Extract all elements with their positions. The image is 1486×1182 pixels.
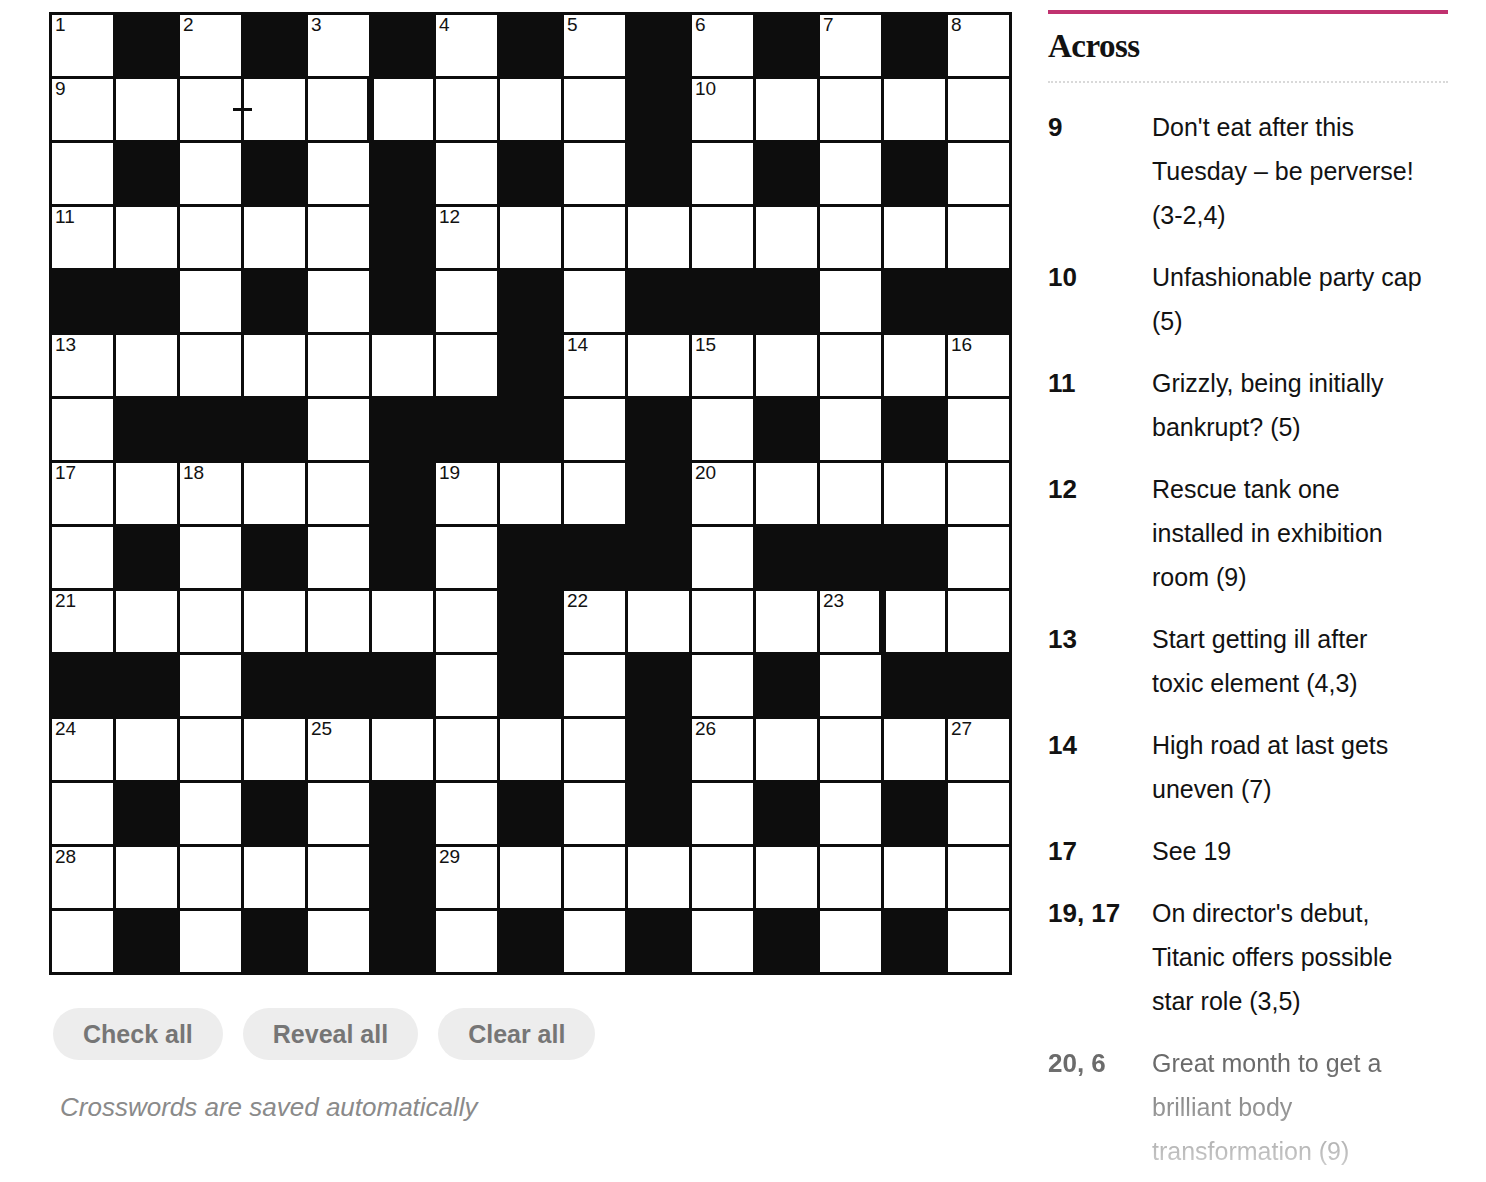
clue-text: On director's debut, Titanic offers poss…	[1152, 891, 1424, 1023]
cell-r5-c3[interactable]	[244, 335, 305, 396]
cell-r5-c13[interactable]	[884, 335, 945, 396]
cell-r6-c1	[116, 399, 177, 460]
cell-r5-c14[interactable]: 16	[948, 335, 1009, 396]
cell-r7-c8[interactable]	[564, 463, 625, 524]
cell-r13-c14[interactable]	[948, 847, 1009, 908]
cell-r9-c13[interactable]	[884, 591, 945, 652]
check-all-button[interactable]: Check all	[53, 1008, 223, 1060]
cell-r5-c1[interactable]	[116, 335, 177, 396]
clue-number-label: 16	[951, 334, 972, 356]
clue-number-label: 11	[55, 206, 75, 228]
clue-number-label: 7	[823, 14, 834, 36]
cell-r11-c14[interactable]: 27	[948, 719, 1009, 780]
word-break-bar	[367, 79, 374, 140]
cell-r11-c0[interactable]: 24	[52, 719, 113, 780]
cell-r9-c12[interactable]: 23	[820, 591, 881, 652]
cell-r2-c14[interactable]	[948, 143, 1009, 204]
clue-number-label: 26	[695, 718, 716, 740]
clue-row-12[interactable]: 12 Rescue tank one installed in exhibiti…	[1048, 467, 1448, 599]
clues-heading: Across	[1048, 14, 1448, 83]
cell-r5-c4[interactable]	[308, 335, 369, 396]
clue-number-label: 8	[951, 14, 962, 36]
cell-r14-c10[interactable]	[692, 911, 753, 972]
cell-r5-c7	[500, 335, 561, 396]
cell-r5-c5[interactable]	[372, 335, 433, 396]
cell-r7-c11[interactable]	[756, 463, 817, 524]
cell-r4-c9	[628, 271, 689, 332]
cell-r2-c9	[628, 143, 689, 204]
cell-r0-c3	[244, 15, 305, 76]
cell-r1-c9	[628, 79, 689, 140]
cell-r10-c14	[948, 655, 1009, 716]
cell-r1-c2[interactable]	[180, 79, 241, 140]
cell-r14-c3	[244, 911, 305, 972]
clue-row-14[interactable]: 14 High road at last gets uneven (7)	[1048, 723, 1448, 811]
clue-number-label: 5	[567, 14, 578, 36]
cell-r6-c2	[180, 399, 241, 460]
cell-r10-c10[interactable]	[692, 655, 753, 716]
cell-r14-c1	[116, 911, 177, 972]
cell-r14-c14[interactable]	[948, 911, 1009, 972]
cell-r5-c6[interactable]	[436, 335, 497, 396]
clue-number: 13	[1048, 617, 1152, 705]
cell-r4-c5	[372, 271, 433, 332]
cell-r7-c3[interactable]	[244, 463, 305, 524]
cell-r8-c14[interactable]	[948, 527, 1009, 588]
clue-number-label: 24	[55, 718, 76, 740]
clue-number: 20, 6	[1048, 1041, 1152, 1173]
cell-r8-c4[interactable]	[308, 527, 369, 588]
cell-r11-c6[interactable]	[436, 719, 497, 780]
cell-r6-c9	[628, 399, 689, 460]
cell-r12-c13	[884, 783, 945, 844]
cell-r3-c14[interactable]	[948, 207, 1009, 268]
cell-r4-c3	[244, 271, 305, 332]
cell-r7-c5	[372, 463, 433, 524]
cell-r10-c5	[372, 655, 433, 716]
cell-r4-c2[interactable]	[180, 271, 241, 332]
clue-row-19-17[interactable]: 19, 17 On director's debut, Titanic offe…	[1048, 891, 1448, 1023]
cell-r4-c14	[948, 271, 1009, 332]
clue-number: 12	[1048, 467, 1152, 599]
cell-r6-c14[interactable]	[948, 399, 1009, 460]
cell-r1-c10[interactable]: 10	[692, 79, 753, 140]
cell-r11-c4[interactable]: 25	[308, 719, 369, 780]
cell-r1-c14[interactable]	[948, 79, 1009, 140]
cell-r9-c3[interactable]	[244, 591, 305, 652]
cell-r10-c8[interactable]	[564, 655, 625, 716]
cell-r13-c10[interactable]	[692, 847, 753, 908]
cell-r4-c11	[756, 271, 817, 332]
clue-number-label: 12	[439, 206, 460, 228]
cell-r1-c0[interactable]: 9	[52, 79, 113, 140]
clue-number: 14	[1048, 723, 1152, 811]
cell-r0-c11	[756, 15, 817, 76]
cell-r6-c13	[884, 399, 945, 460]
cell-r9-c6[interactable]	[436, 591, 497, 652]
cell-r14-c4[interactable]	[308, 911, 369, 972]
cell-r7-c2[interactable]: 18	[180, 463, 241, 524]
cell-r14-c0[interactable]	[52, 911, 113, 972]
cell-r12-c5	[372, 783, 433, 844]
cell-r12-c4[interactable]	[308, 783, 369, 844]
cell-r14-c7	[500, 911, 561, 972]
clue-text: See 19	[1152, 829, 1424, 873]
cell-r1-c6[interactable]	[436, 79, 497, 140]
cell-r2-c12[interactable]	[820, 143, 881, 204]
cell-r5-c11[interactable]	[756, 335, 817, 396]
cell-r14-c12[interactable]	[820, 911, 881, 972]
cell-r2-c8[interactable]	[564, 143, 625, 204]
cell-r11-c8[interactable]	[564, 719, 625, 780]
cell-r10-c4	[308, 655, 369, 716]
cell-r0-c2[interactable]: 2	[180, 15, 241, 76]
cell-r4-c7	[500, 271, 561, 332]
cell-r2-c4[interactable]	[308, 143, 369, 204]
cell-r2-c1	[116, 143, 177, 204]
cell-r8-c6[interactable]	[436, 527, 497, 588]
cell-r8-c9	[628, 527, 689, 588]
cell-r4-c4[interactable]	[308, 271, 369, 332]
cell-r4-c12[interactable]	[820, 271, 881, 332]
cell-r12-c9	[628, 783, 689, 844]
cell-r2-c5	[372, 143, 433, 204]
cell-r0-c7	[500, 15, 561, 76]
reveal-all-button[interactable]: Reveal all	[243, 1008, 418, 1060]
cell-r0-c0[interactable]: 1	[52, 15, 113, 76]
cell-r9-c0[interactable]: 21	[52, 591, 113, 652]
cell-r5-c10[interactable]: 15	[692, 335, 753, 396]
cell-r14-c13	[884, 911, 945, 972]
cell-r12-c14[interactable]	[948, 783, 1009, 844]
cell-r0-c4[interactable]: 3	[308, 15, 369, 76]
cell-r5-c0[interactable]: 13	[52, 335, 113, 396]
cell-r5-c12[interactable]	[820, 335, 881, 396]
cell-r0-c10[interactable]: 6	[692, 15, 753, 76]
clue-number: 11	[1048, 361, 1152, 449]
cell-r3-c4[interactable]	[308, 207, 369, 268]
cell-r14-c9	[628, 911, 689, 972]
cell-r4-c1	[116, 271, 177, 332]
clue-row-20-6[interactable]: 20, 6 Great month to get a brilliant bod…	[1048, 1041, 1448, 1173]
cell-r11-c9	[628, 719, 689, 780]
cell-r14-c11	[756, 911, 817, 972]
cell-r11-c1[interactable]	[116, 719, 177, 780]
cell-r11-c12[interactable]	[820, 719, 881, 780]
cell-r10-c1	[116, 655, 177, 716]
cell-r9-c9[interactable]	[628, 591, 689, 652]
cell-r10-c7	[500, 655, 561, 716]
crossword-grid: 1234567891011121314151617181920212223242…	[49, 12, 1012, 975]
cell-r1-c5[interactable]	[372, 79, 433, 140]
clue-row-17[interactable]: 17 See 19	[1048, 829, 1448, 873]
clue-number-label: 19	[439, 462, 460, 484]
cell-r9-c8[interactable]: 22	[564, 591, 625, 652]
cell-r3-c8[interactable]	[564, 207, 625, 268]
cell-r14-c2[interactable]	[180, 911, 241, 972]
cell-r7-c13[interactable]	[884, 463, 945, 524]
clue-number-label: 13	[55, 334, 76, 356]
cell-r12-c8[interactable]	[564, 783, 625, 844]
cell-r10-c11	[756, 655, 817, 716]
cell-r9-c5[interactable]	[372, 591, 433, 652]
cell-r2-c3	[244, 143, 305, 204]
cell-r9-c10[interactable]	[692, 591, 753, 652]
cell-r5-c2[interactable]	[180, 335, 241, 396]
clue-number-label: 17	[55, 462, 76, 484]
clue-text: Don't eat after this Tuesday – be perver…	[1152, 105, 1424, 237]
cell-r11-c7[interactable]	[500, 719, 561, 780]
cell-r8-c3	[244, 527, 305, 588]
cell-r6-c10[interactable]	[692, 399, 753, 460]
crossword-controls: Check all Reveal all Clear all	[53, 1008, 615, 1060]
cell-r12-c3	[244, 783, 305, 844]
cell-r3-c10[interactable]	[692, 207, 753, 268]
cell-r10-c2[interactable]	[180, 655, 241, 716]
cell-r3-c5	[372, 207, 433, 268]
cell-r2-c11	[756, 143, 817, 204]
cell-r7-c6[interactable]: 19	[436, 463, 497, 524]
cell-r12-c1	[116, 783, 177, 844]
cell-r12-c0[interactable]	[52, 783, 113, 844]
cell-r11-c5[interactable]	[372, 719, 433, 780]
cell-r14-c5	[372, 911, 433, 972]
clue-number-label: 2	[183, 14, 194, 36]
autosave-note: Crosswords are saved automatically	[60, 1092, 478, 1123]
cell-r9-c14[interactable]	[948, 591, 1009, 652]
cell-r4-c13	[884, 271, 945, 332]
cell-r7-c12[interactable]	[820, 463, 881, 524]
cell-r0-c9	[628, 15, 689, 76]
clue-number-label: 21	[55, 590, 76, 612]
cell-r1-c8[interactable]	[564, 79, 625, 140]
cell-r1-c3[interactable]	[244, 79, 305, 140]
cell-r12-c6[interactable]	[436, 783, 497, 844]
cell-r4-c6[interactable]	[436, 271, 497, 332]
cell-r9-c11[interactable]	[756, 591, 817, 652]
cell-r6-c12[interactable]	[820, 399, 881, 460]
cell-r13-c2[interactable]	[180, 847, 241, 908]
cell-r4-c10	[692, 271, 753, 332]
cell-r11-c10[interactable]: 26	[692, 719, 753, 780]
hyphen-separator	[233, 108, 252, 111]
clue-number: 10	[1048, 255, 1152, 343]
clue-number-label: 28	[55, 846, 76, 868]
cell-r11-c3[interactable]	[244, 719, 305, 780]
cell-r1-c1[interactable]	[116, 79, 177, 140]
clue-number-label: 20	[695, 462, 716, 484]
word-break-bar	[879, 591, 886, 652]
clue-number-label: 14	[567, 334, 588, 356]
cell-r12-c2[interactable]	[180, 783, 241, 844]
cell-r5-c9[interactable]	[628, 335, 689, 396]
cell-r2-c0[interactable]	[52, 143, 113, 204]
cell-r7-c7[interactable]	[500, 463, 561, 524]
clue-number: 17	[1048, 829, 1152, 873]
cell-r6-c8[interactable]	[564, 399, 625, 460]
cell-r1-c7[interactable]	[500, 79, 561, 140]
clue-number-label: 18	[183, 462, 204, 484]
cell-r1-c13[interactable]	[884, 79, 945, 140]
cell-r0-c6[interactable]: 4	[436, 15, 497, 76]
cell-r14-c6[interactable]	[436, 911, 497, 972]
cell-r13-c8[interactable]	[564, 847, 625, 908]
cell-r7-c4[interactable]	[308, 463, 369, 524]
cell-r12-c7	[500, 783, 561, 844]
cell-r8-c10[interactable]	[692, 527, 753, 588]
cell-r13-c4[interactable]	[308, 847, 369, 908]
cell-r3-c13[interactable]	[884, 207, 945, 268]
clue-number-label: 4	[439, 14, 450, 36]
clue-number-label: 23	[823, 590, 844, 612]
cell-r6-c6	[436, 399, 497, 460]
cell-r10-c6[interactable]	[436, 655, 497, 716]
cell-r12-c10[interactable]	[692, 783, 753, 844]
clue-number: 19, 17	[1048, 891, 1152, 1023]
clue-number-label: 9	[55, 78, 66, 100]
cell-r0-c13	[884, 15, 945, 76]
clue-number-label: 3	[311, 14, 322, 36]
cell-r13-c9[interactable]	[628, 847, 689, 908]
cell-r13-c12[interactable]	[820, 847, 881, 908]
cell-r4-c8[interactable]	[564, 271, 625, 332]
clue-text: Rescue tank one installed in exhibition …	[1152, 467, 1424, 599]
cell-r8-c13	[884, 527, 945, 588]
cell-r10-c13	[884, 655, 945, 716]
cell-r0-c5	[372, 15, 433, 76]
clue-number-label: 15	[695, 334, 716, 356]
cell-r6-c3	[244, 399, 305, 460]
cell-r7-c10[interactable]: 20	[692, 463, 753, 524]
cell-r7-c9	[628, 463, 689, 524]
cell-r8-c7	[500, 527, 561, 588]
cell-r13-c11[interactable]	[756, 847, 817, 908]
cell-r3-c1[interactable]	[116, 207, 177, 268]
cell-r8-c8	[564, 527, 625, 588]
cell-r10-c3	[244, 655, 305, 716]
cell-r12-c12[interactable]	[820, 783, 881, 844]
cell-r13-c1[interactable]	[116, 847, 177, 908]
clue-row-10[interactable]: 10 Unfashionable party cap (5)	[1048, 255, 1448, 343]
clue-number-label: 27	[951, 718, 972, 740]
cell-r14-c8[interactable]	[564, 911, 625, 972]
cell-r6-c0[interactable]	[52, 399, 113, 460]
cell-r1-c12[interactable]	[820, 79, 881, 140]
clue-text: Great month to get a brilliant body tran…	[1152, 1041, 1424, 1173]
cell-r9-c2[interactable]	[180, 591, 241, 652]
cell-r12-c11	[756, 783, 817, 844]
cell-r1-c11[interactable]	[756, 79, 817, 140]
cell-r2-c2[interactable]	[180, 143, 241, 204]
cell-r2-c7	[500, 143, 561, 204]
clue-text: Unfashionable party cap (5)	[1152, 255, 1424, 343]
cell-r2-c10[interactable]	[692, 143, 753, 204]
cell-r8-c5	[372, 527, 433, 588]
cell-r6-c11	[756, 399, 817, 460]
cell-r8-c12	[820, 527, 881, 588]
cell-r3-c3[interactable]	[244, 207, 305, 268]
cell-r0-c14[interactable]: 8	[948, 15, 1009, 76]
clues-panel: Across 9 Don't eat after this Tuesday – …	[1048, 10, 1448, 1182]
cell-r3-c6[interactable]: 12	[436, 207, 497, 268]
cell-r8-c2[interactable]	[180, 527, 241, 588]
cell-r8-c1	[116, 527, 177, 588]
cell-r9-c7	[500, 591, 561, 652]
cell-r10-c0	[52, 655, 113, 716]
cell-r13-c6[interactable]: 29	[436, 847, 497, 908]
clue-number-label: 1	[55, 14, 66, 36]
cell-r0-c8[interactable]: 5	[564, 15, 625, 76]
cell-r11-c13[interactable]	[884, 719, 945, 780]
cell-r9-c4[interactable]	[308, 591, 369, 652]
clue-row-9[interactable]: 9 Don't eat after this Tuesday – be perv…	[1048, 105, 1448, 237]
clue-number-label: 29	[439, 846, 460, 868]
cell-r10-c9	[628, 655, 689, 716]
cell-r7-c1[interactable]	[116, 463, 177, 524]
cell-r13-c0[interactable]: 28	[52, 847, 113, 908]
cell-r8-c0[interactable]	[52, 527, 113, 588]
cell-r3-c7[interactable]	[500, 207, 561, 268]
cell-r10-c12[interactable]	[820, 655, 881, 716]
cell-r7-c14[interactable]	[948, 463, 1009, 524]
clue-row-11[interactable]: 11 Grizzly, being initially bankrupt? (5…	[1048, 361, 1448, 449]
cell-r4-c0	[52, 271, 113, 332]
cell-r3-c2[interactable]	[180, 207, 241, 268]
cell-r7-c0[interactable]: 17	[52, 463, 113, 524]
cell-r2-c6[interactable]	[436, 143, 497, 204]
clue-number: 9	[1048, 105, 1152, 237]
clue-text: Start getting ill after toxic element (4…	[1152, 617, 1424, 705]
clue-number-label: 25	[311, 718, 332, 740]
clue-number-label: 6	[695, 14, 706, 36]
cell-r5-c8[interactable]: 14	[564, 335, 625, 396]
cell-r1-c4[interactable]	[308, 79, 369, 140]
cell-r6-c5	[372, 399, 433, 460]
cell-r8-c11	[756, 527, 817, 588]
clear-all-button[interactable]: Clear all	[438, 1008, 595, 1060]
cell-r6-c7	[500, 399, 561, 460]
cell-r3-c11[interactable]	[756, 207, 817, 268]
cell-r3-c12[interactable]	[820, 207, 881, 268]
cell-r13-c3[interactable]	[244, 847, 305, 908]
cell-r13-c13[interactable]	[884, 847, 945, 908]
cell-r3-c0[interactable]: 11	[52, 207, 113, 268]
cell-r11-c2[interactable]	[180, 719, 241, 780]
cell-r3-c9[interactable]	[628, 207, 689, 268]
cell-r13-c7[interactable]	[500, 847, 561, 908]
cell-r11-c11[interactable]	[756, 719, 817, 780]
clue-row-13[interactable]: 13 Start getting ill after toxic element…	[1048, 617, 1448, 705]
clue-number-label: 10	[695, 78, 716, 100]
cell-r0-c12[interactable]: 7	[820, 15, 881, 76]
cell-r0-c1	[116, 15, 177, 76]
cell-r6-c4[interactable]	[308, 399, 369, 460]
across-clue-list: 9 Don't eat after this Tuesday – be perv…	[1048, 83, 1448, 1173]
clue-number-label: 22	[567, 590, 588, 612]
cell-r2-c13	[884, 143, 945, 204]
cell-r9-c1[interactable]	[116, 591, 177, 652]
clue-text: Grizzly, being initially bankrupt? (5)	[1152, 361, 1424, 449]
cell-r13-c5	[372, 847, 433, 908]
clue-text: High road at last gets uneven (7)	[1152, 723, 1424, 811]
